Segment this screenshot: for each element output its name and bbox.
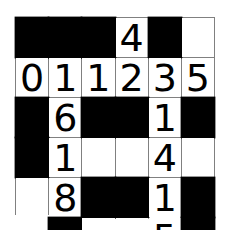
black-cell-r4c1 [16, 138, 48, 177]
cell-r2c6[interactable]: 5 [182, 58, 214, 97]
cell-r6c1[interactable] [16, 218, 48, 230]
black-cell-r3c6 [182, 98, 214, 137]
cell-r4c6[interactable] [182, 138, 214, 177]
cell-r4c3[interactable] [82, 138, 114, 177]
black-cell-r1c5 [149, 18, 181, 57]
cell-r3c5[interactable]: 1 [149, 98, 181, 137]
cell-r2c3[interactable]: 1 [82, 58, 114, 97]
black-cell-r6c2 [49, 218, 81, 230]
cell-r2c4[interactable]: 2 [116, 58, 148, 97]
cell-r1c6[interactable] [182, 18, 214, 57]
black-cell-r5c6 [182, 178, 214, 217]
black-cell-r3c1 [16, 98, 48, 137]
black-cell-r1c1 [16, 18, 48, 57]
black-cell-r1c3 [82, 18, 114, 57]
cell-r5c1[interactable] [16, 178, 48, 217]
black-cell-r3c4 [116, 98, 148, 137]
cell-r6c3[interactable] [82, 218, 114, 230]
cell-r6c5[interactable]: 5 [149, 218, 181, 230]
puzzle-page: 40112356114815 [0, 0, 230, 230]
cell-r2c1[interactable]: 0 [16, 58, 48, 97]
cell-r4c5[interactable]: 4 [149, 138, 181, 177]
cell-r6c4[interactable] [116, 218, 148, 230]
puzzle-board: 40112356114815 [15, 17, 215, 215]
cell-r5c5[interactable]: 1 [149, 178, 181, 217]
black-cell-r6c6 [182, 218, 214, 230]
black-cell-r5c3 [82, 178, 114, 217]
cell-r1c4[interactable]: 4 [116, 18, 148, 57]
cell-r2c5[interactable]: 3 [149, 58, 181, 97]
cell-r5c2[interactable]: 8 [49, 178, 81, 217]
cell-r3c2[interactable]: 6 [49, 98, 81, 137]
black-cell-r1c2 [49, 18, 81, 57]
cell-r4c2[interactable]: 1 [49, 138, 81, 177]
black-cell-r5c4 [116, 178, 148, 217]
cell-r4c4[interactable] [116, 138, 148, 177]
black-cell-r3c3 [82, 98, 114, 137]
cell-r2c2[interactable]: 1 [49, 58, 81, 97]
